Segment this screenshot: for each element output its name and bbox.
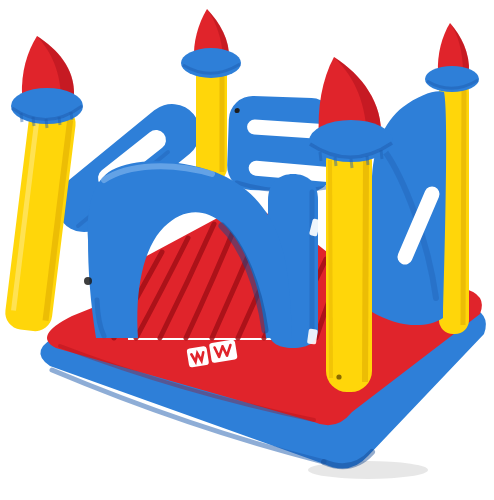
tower-back-right-post-shade — [463, 90, 464, 325]
tower-front-right-post-shade — [365, 158, 366, 382]
product-photo: Inflatable bouncy castle (product photo … — [0, 0, 494, 500]
tower-front-right-post-edge — [330, 160, 331, 378]
brand-logo-panel-right — [209, 339, 238, 363]
back-rail-slot-top — [255, 127, 319, 131]
back-rail-slot-bottom — [256, 168, 331, 175]
bouncy-castle-illustration — [0, 0, 494, 500]
right-wall — [372, 91, 446, 325]
tower-front-right-valve-dot — [336, 374, 341, 379]
entrance-valve-dot — [84, 277, 92, 285]
